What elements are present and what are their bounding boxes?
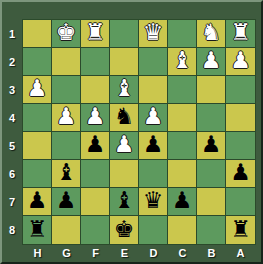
square-d2[interactable]: [139, 48, 168, 76]
piece-wP[interactable]: ♟: [27, 77, 48, 100]
square-g3[interactable]: [52, 76, 81, 104]
square-c4[interactable]: [168, 104, 197, 132]
square-e2[interactable]: [110, 48, 139, 76]
piece-wK[interactable]: ♚: [56, 21, 77, 44]
piece-wP[interactable]: ♟: [56, 105, 77, 128]
rank-label-2: 2: [2, 48, 22, 76]
piece-wB[interactable]: ♝: [172, 49, 193, 72]
square-c2[interactable]: ♝: [168, 48, 197, 76]
square-g1[interactable]: ♚: [52, 20, 81, 48]
file-label-a: A: [226, 245, 255, 261]
piece-bR[interactable]: ♜: [230, 218, 251, 241]
square-d7[interactable]: ♛: [139, 188, 168, 216]
square-h3[interactable]: ♟: [23, 76, 52, 104]
file-labels: HGFEDCBA: [23, 245, 255, 261]
piece-wP[interactable]: ♟: [143, 105, 164, 128]
square-e3[interactable]: ♝: [110, 76, 139, 104]
square-g5[interactable]: [52, 132, 81, 160]
square-f6[interactable]: [81, 160, 110, 188]
board: ♚♜♛♞♜♝♟♟♟♝♟♟♞♟♟♟♟♟♝♟♟♟♝♛♟♜♚♜: [22, 19, 256, 245]
rank-labels: 12345678: [2, 20, 22, 244]
file-label-g: G: [52, 245, 81, 261]
square-d8[interactable]: [139, 216, 168, 244]
piece-wP[interactable]: ♟: [230, 49, 251, 72]
piece-bP[interactable]: ♟: [172, 189, 193, 212]
square-a2[interactable]: ♟: [226, 48, 255, 76]
piece-bP[interactable]: ♟: [230, 161, 251, 184]
piece-wB[interactable]: ♝: [114, 77, 135, 100]
square-e6[interactable]: [110, 160, 139, 188]
square-g2[interactable]: [52, 48, 81, 76]
file-label-d: D: [139, 245, 168, 261]
file-label-h: H: [23, 245, 52, 261]
square-f7[interactable]: [81, 188, 110, 216]
square-d5[interactable]: ♟: [139, 132, 168, 160]
piece-wP[interactable]: ♟: [85, 105, 106, 128]
piece-wQ[interactable]: ♛: [143, 21, 164, 44]
square-f4[interactable]: ♟: [81, 104, 110, 132]
square-a4[interactable]: [226, 104, 255, 132]
file-label-f: F: [81, 245, 110, 261]
square-f2[interactable]: [81, 48, 110, 76]
square-b5[interactable]: ♟: [197, 132, 226, 160]
square-b3[interactable]: [197, 76, 226, 104]
piece-wR[interactable]: ♜: [85, 21, 106, 44]
square-f3[interactable]: [81, 76, 110, 104]
file-label-e: E: [110, 245, 139, 261]
square-a5[interactable]: [226, 132, 255, 160]
square-d3[interactable]: [139, 76, 168, 104]
piece-bB[interactable]: ♝: [114, 189, 135, 212]
square-b8[interactable]: [197, 216, 226, 244]
square-h1[interactable]: [23, 20, 52, 48]
rank-label-6: 6: [2, 160, 22, 188]
square-g4[interactable]: ♟: [52, 104, 81, 132]
piece-wP[interactable]: ♟: [201, 49, 222, 72]
rank-label-8: 8: [2, 216, 22, 244]
piece-wN[interactable]: ♞: [201, 21, 222, 44]
chess-board-frame: 12345678 ♚♜♛♞♜♝♟♟♟♝♟♟♞♟♟♟♟♟♝♟♟♟♝♛♟♜♚♜ HG…: [0, 0, 263, 264]
square-f1[interactable]: ♜: [81, 20, 110, 48]
file-label-c: C: [168, 245, 197, 261]
square-c5[interactable]: [168, 132, 197, 160]
piece-wR[interactable]: ♜: [230, 21, 251, 44]
piece-bB[interactable]: ♝: [56, 161, 77, 184]
square-c1[interactable]: [168, 20, 197, 48]
rank-label-5: 5: [2, 132, 22, 160]
square-c7[interactable]: ♟: [168, 188, 197, 216]
square-g7[interactable]: ♟: [52, 188, 81, 216]
piece-bN[interactable]: ♞: [114, 105, 135, 128]
square-a6[interactable]: ♟: [226, 160, 255, 188]
piece-bQ[interactable]: ♛: [143, 189, 164, 212]
square-a7[interactable]: [226, 188, 255, 216]
rank-label-4: 4: [2, 104, 22, 132]
square-h7[interactable]: ♟: [23, 188, 52, 216]
square-f8[interactable]: [81, 216, 110, 244]
square-b1[interactable]: ♞: [197, 20, 226, 48]
square-h6[interactable]: [23, 160, 52, 188]
square-a1[interactable]: ♜: [226, 20, 255, 48]
rank-label-3: 3: [2, 76, 22, 104]
square-h5[interactable]: [23, 132, 52, 160]
square-h8[interactable]: ♜: [23, 216, 52, 244]
piece-bP[interactable]: ♟: [201, 133, 222, 156]
square-e8[interactable]: ♚: [110, 216, 139, 244]
square-e4[interactable]: ♞: [110, 104, 139, 132]
square-h2[interactable]: [23, 48, 52, 76]
square-d1[interactable]: ♛: [139, 20, 168, 48]
file-label-b: B: [197, 245, 226, 261]
rank-label-1: 1: [2, 20, 22, 48]
piece-bP[interactable]: ♟: [56, 189, 77, 212]
square-g6[interactable]: ♝: [52, 160, 81, 188]
square-b2[interactable]: ♟: [197, 48, 226, 76]
square-e5[interactable]: ♟: [110, 132, 139, 160]
square-b4[interactable]: [197, 104, 226, 132]
square-b6[interactable]: [197, 160, 226, 188]
square-d4[interactable]: ♟: [139, 104, 168, 132]
square-a3[interactable]: [226, 76, 255, 104]
rank-label-7: 7: [2, 188, 22, 216]
square-e1[interactable]: [110, 20, 139, 48]
piece-bK[interactable]: ♚: [114, 218, 135, 241]
square-d6[interactable]: [139, 160, 168, 188]
square-c6[interactable]: [168, 160, 197, 188]
square-h4[interactable]: [23, 104, 52, 132]
piece-bP[interactable]: ♟: [85, 133, 106, 156]
piece-wP[interactable]: ♟: [114, 133, 135, 156]
square-g8[interactable]: [52, 216, 81, 244]
square-c3[interactable]: [168, 76, 197, 104]
square-f5[interactable]: ♟: [81, 132, 110, 160]
piece-bP[interactable]: ♟: [143, 133, 164, 156]
piece-bR[interactable]: ♜: [27, 218, 48, 241]
piece-bP[interactable]: ♟: [27, 189, 48, 212]
square-a8[interactable]: ♜: [226, 216, 255, 244]
square-b7[interactable]: [197, 188, 226, 216]
square-e7[interactable]: ♝: [110, 188, 139, 216]
square-c8[interactable]: [168, 216, 197, 244]
